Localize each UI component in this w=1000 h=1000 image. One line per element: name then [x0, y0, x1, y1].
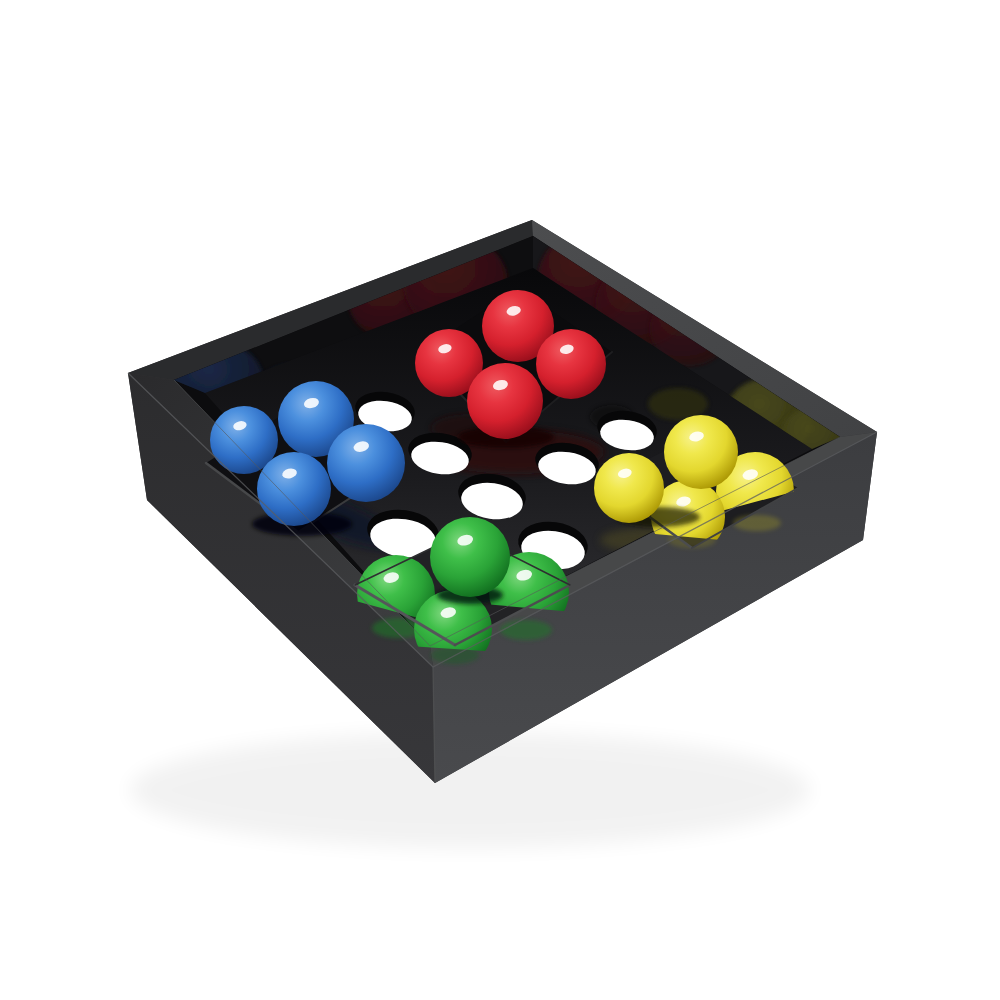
marble-blue-3-r4c2[interactable]: [327, 424, 405, 502]
game-board-render: [0, 0, 1000, 1000]
marble-body: [664, 415, 738, 489]
marble-body: [430, 517, 510, 597]
marble-blue-4-r5c2[interactable]: [257, 452, 331, 526]
marble-green-1-r4c4[interactable]: [430, 517, 510, 597]
pocket-reflection-green-1: [500, 620, 552, 640]
marble-body: [594, 453, 664, 523]
marble-red-4-r2c2[interactable]: [467, 363, 543, 439]
marble-body: [467, 363, 543, 439]
marble-body: [536, 329, 606, 399]
scene: [0, 0, 1000, 1000]
marble-yellow-1-r1c4[interactable]: [664, 415, 738, 489]
marble-red-3-r1c2[interactable]: [536, 329, 606, 399]
marble-body: [257, 452, 331, 526]
marble-body: [327, 424, 405, 502]
marble-yellow-2-r2c4[interactable]: [594, 453, 664, 523]
pocket-reflection-yellow-0: [733, 515, 781, 531]
